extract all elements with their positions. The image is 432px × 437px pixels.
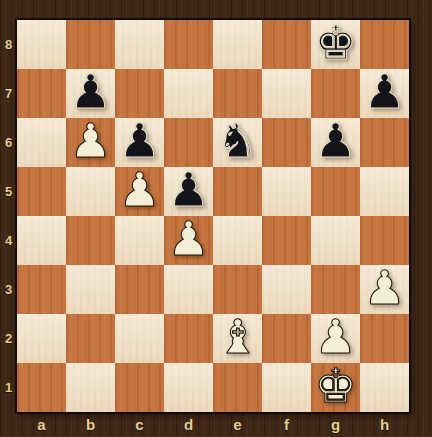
square-a7[interactable]: [17, 69, 66, 118]
black-pawn-h7[interactable]: ♟: [363, 68, 405, 115]
square-c3[interactable]: [115, 265, 164, 314]
rank-labels: 87654321: [0, 20, 17, 412]
white-pawn-b6[interactable]: ♟: [69, 117, 111, 164]
square-g7[interactable]: [311, 69, 360, 118]
rank-label-8: 8: [0, 20, 17, 69]
square-h8[interactable]: [360, 20, 409, 69]
square-f3[interactable]: [262, 265, 311, 314]
square-h6[interactable]: [360, 118, 409, 167]
file-labels: abcdefgh: [17, 412, 409, 437]
square-e7[interactable]: [213, 69, 262, 118]
square-b7[interactable]: ♟: [66, 69, 115, 118]
file-label-e: e: [213, 412, 262, 437]
square-f2[interactable]: [262, 314, 311, 363]
square-g2[interactable]: ♟: [311, 314, 360, 363]
file-label-h: h: [360, 412, 409, 437]
square-b3[interactable]: [66, 265, 115, 314]
square-g6[interactable]: ♟: [311, 118, 360, 167]
square-d3[interactable]: [164, 265, 213, 314]
black-pawn-b7[interactable]: ♟: [69, 68, 111, 115]
square-c6[interactable]: ♟: [115, 118, 164, 167]
file-label-d: d: [164, 412, 213, 437]
rank-label-2: 2: [0, 314, 17, 363]
square-f1[interactable]: [262, 363, 311, 412]
square-g4[interactable]: [311, 216, 360, 265]
square-a1[interactable]: [17, 363, 66, 412]
square-c2[interactable]: [115, 314, 164, 363]
square-d8[interactable]: [164, 20, 213, 69]
square-e4[interactable]: [213, 216, 262, 265]
square-f7[interactable]: [262, 69, 311, 118]
square-h2[interactable]: [360, 314, 409, 363]
square-a6[interactable]: [17, 118, 66, 167]
square-c7[interactable]: [115, 69, 164, 118]
square-d1[interactable]: [164, 363, 213, 412]
black-knight-e6[interactable]: ♞: [216, 117, 258, 164]
white-pawn-c5[interactable]: ♟: [118, 166, 160, 213]
square-c1[interactable]: [115, 363, 164, 412]
square-e1[interactable]: [213, 363, 262, 412]
square-b2[interactable]: [66, 314, 115, 363]
rank-label-7: 7: [0, 69, 17, 118]
black-king-g8[interactable]: ♚: [314, 19, 356, 66]
rank-label-3: 3: [0, 265, 17, 314]
square-a3[interactable]: [17, 265, 66, 314]
square-f6[interactable]: [262, 118, 311, 167]
file-label-a: a: [17, 412, 66, 437]
square-g3[interactable]: [311, 265, 360, 314]
square-e2[interactable]: ♝: [213, 314, 262, 363]
square-a8[interactable]: [17, 20, 66, 69]
white-pawn-d4[interactable]: ♟: [167, 215, 209, 262]
square-a4[interactable]: [17, 216, 66, 265]
square-c5[interactable]: ♟: [115, 167, 164, 216]
square-d2[interactable]: [164, 314, 213, 363]
square-a2[interactable]: [17, 314, 66, 363]
square-f4[interactable]: [262, 216, 311, 265]
square-b8[interactable]: [66, 20, 115, 69]
square-d5[interactable]: ♟: [164, 167, 213, 216]
chess-board[interactable]: ♚♟♟♟♟♞♟♟♟♟♟♝♟♚: [17, 20, 409, 412]
black-pawn-g6[interactable]: ♟: [314, 117, 356, 164]
square-c4[interactable]: [115, 216, 164, 265]
file-label-c: c: [115, 412, 164, 437]
white-bishop-e2[interactable]: ♝: [216, 313, 258, 360]
square-e8[interactable]: [213, 20, 262, 69]
file-label-g: g: [311, 412, 360, 437]
square-h5[interactable]: [360, 167, 409, 216]
square-f5[interactable]: [262, 167, 311, 216]
square-b5[interactable]: [66, 167, 115, 216]
rank-label-4: 4: [0, 216, 17, 265]
rank-label-5: 5: [0, 167, 17, 216]
white-king-g1[interactable]: ♚: [314, 362, 356, 409]
square-g8[interactable]: ♚: [311, 20, 360, 69]
square-c8[interactable]: [115, 20, 164, 69]
square-h4[interactable]: [360, 216, 409, 265]
square-b6[interactable]: ♟: [66, 118, 115, 167]
square-d7[interactable]: [164, 69, 213, 118]
square-h3[interactable]: ♟: [360, 265, 409, 314]
square-h1[interactable]: [360, 363, 409, 412]
square-e5[interactable]: [213, 167, 262, 216]
black-pawn-d5[interactable]: ♟: [167, 166, 209, 213]
file-label-f: f: [262, 412, 311, 437]
square-f8[interactable]: [262, 20, 311, 69]
file-label-b: b: [66, 412, 115, 437]
rank-label-6: 6: [0, 118, 17, 167]
square-g1[interactable]: ♚: [311, 363, 360, 412]
rank-label-1: 1: [0, 363, 17, 412]
black-pawn-c6[interactable]: ♟: [118, 117, 160, 164]
chess-board-frame: 87654321 ♚♟♟♟♟♞♟♟♟♟♟♝♟♚ abcdefgh: [0, 0, 432, 437]
square-d4[interactable]: ♟: [164, 216, 213, 265]
square-d6[interactable]: [164, 118, 213, 167]
white-pawn-g2[interactable]: ♟: [314, 313, 356, 360]
square-h7[interactable]: ♟: [360, 69, 409, 118]
square-e6[interactable]: ♞: [213, 118, 262, 167]
square-b1[interactable]: [66, 363, 115, 412]
square-a5[interactable]: [17, 167, 66, 216]
square-g5[interactable]: [311, 167, 360, 216]
square-e3[interactable]: [213, 265, 262, 314]
white-pawn-h3[interactable]: ♟: [363, 264, 405, 311]
square-b4[interactable]: [66, 216, 115, 265]
